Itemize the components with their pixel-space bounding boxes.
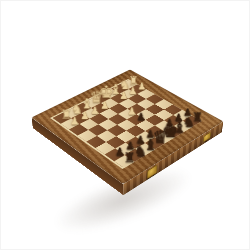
piece-black-rook: ♜ xyxy=(189,111,205,123)
square-e4: ♟ xyxy=(118,109,136,120)
brass-hinge xyxy=(203,132,211,143)
product-photo[interactable]: ♜♞♝♛♚♝♞♜♟♟♟♟♟♟♟♟♟♟♟♟♟♟♟♟♜♞♝♛♚♝♞♜ xyxy=(0,0,250,250)
square-g5 xyxy=(146,104,164,114)
square-a8: ♜ xyxy=(114,155,134,168)
board-top: ♜♞♝♛♚♝♞♜♟♟♟♟♟♟♟♟♟♟♟♟♟♟♟♟♜♞♝♛♚♝♞♜ xyxy=(31,69,223,184)
